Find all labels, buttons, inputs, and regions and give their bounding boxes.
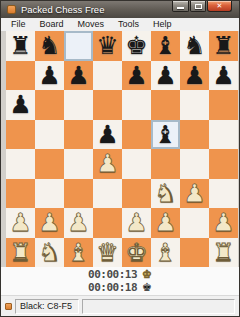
square-f7[interactable]: ♟ bbox=[151, 61, 180, 91]
menu-moves[interactable]: Moves bbox=[72, 18, 111, 31]
square-b6[interactable] bbox=[35, 90, 64, 120]
square-d6[interactable] bbox=[93, 90, 122, 120]
square-g2[interactable] bbox=[180, 208, 209, 238]
app-window: Packed Chess Free ✕ File Board Moves Too… bbox=[0, 0, 240, 317]
black-pawn-b7[interactable]: ♟ bbox=[38, 61, 60, 90]
chess-board: ♜♞♛♚♝♞♜♟♟♟♟♟♟♟♟♝♟♞♟♟♟♟♟♟♟♜♞♝♛♚♝♜ bbox=[6, 31, 238, 267]
square-c4[interactable] bbox=[64, 149, 93, 179]
square-f3[interactable]: ♞ bbox=[151, 179, 180, 209]
square-f1[interactable]: ♝ bbox=[151, 238, 180, 268]
white-king-e1[interactable]: ♚ bbox=[125, 238, 147, 267]
square-h3[interactable] bbox=[209, 179, 238, 209]
square-e5[interactable] bbox=[122, 120, 151, 150]
black-queen-d8[interactable]: ♛ bbox=[96, 31, 118, 60]
square-h5[interactable] bbox=[209, 120, 238, 150]
square-h7[interactable]: ♟ bbox=[209, 61, 238, 91]
square-e7[interactable]: ♟ bbox=[122, 61, 151, 91]
square-c1[interactable]: ♝ bbox=[64, 238, 93, 268]
white-pawn-f2[interactable]: ♟ bbox=[154, 208, 176, 237]
white-bishop-c1[interactable]: ♝ bbox=[67, 238, 89, 267]
square-e1[interactable]: ♚ bbox=[122, 238, 151, 268]
white-king-icon: ♚ bbox=[142, 269, 152, 280]
square-b3[interactable] bbox=[35, 179, 64, 209]
square-a4[interactable] bbox=[6, 149, 35, 179]
maximize-icon bbox=[195, 4, 202, 9]
menu-file[interactable]: File bbox=[5, 18, 32, 31]
square-d1[interactable]: ♛ bbox=[93, 238, 122, 268]
black-pawn-h7[interactable]: ♟ bbox=[212, 61, 234, 90]
square-d4[interactable]: ♟ bbox=[93, 149, 122, 179]
square-a5[interactable] bbox=[6, 120, 35, 150]
white-bishop-f1[interactable]: ♝ bbox=[154, 238, 176, 267]
square-c2[interactable]: ♟ bbox=[64, 208, 93, 238]
white-pawn-g3[interactable]: ♟ bbox=[183, 179, 205, 208]
square-g7[interactable]: ♟ bbox=[180, 61, 209, 91]
square-g6[interactable] bbox=[180, 90, 209, 120]
black-clock: 00:00:18 ♚ bbox=[88, 281, 152, 294]
square-d2[interactable] bbox=[93, 208, 122, 238]
white-rook-h1[interactable]: ♜ bbox=[212, 238, 234, 267]
square-e2[interactable]: ♟ bbox=[122, 208, 151, 238]
square-e6[interactable] bbox=[122, 90, 151, 120]
square-d3[interactable] bbox=[93, 179, 122, 209]
status-last-move: Black: C8-F5 bbox=[15, 299, 79, 314]
black-pawn-e7[interactable]: ♟ bbox=[125, 61, 147, 90]
clock-panel: 00:00:13 ♚ 00:00:18 ♚ bbox=[1, 267, 239, 295]
square-a6[interactable]: ♟ bbox=[6, 90, 35, 120]
square-f4[interactable] bbox=[151, 149, 180, 179]
square-d5[interactable]: ♟ bbox=[93, 120, 122, 150]
white-pawn-d4[interactable]: ♟ bbox=[96, 149, 118, 178]
white-rook-a1[interactable]: ♜ bbox=[9, 238, 31, 267]
window-title: Packed Chess Free bbox=[21, 1, 104, 18]
menu-bar: File Board Moves Tools Help bbox=[1, 18, 239, 31]
maximize-button[interactable] bbox=[190, 1, 206, 12]
square-g3[interactable]: ♟ bbox=[180, 179, 209, 209]
square-d8[interactable]: ♛ bbox=[93, 31, 122, 61]
minimize-button[interactable] bbox=[172, 1, 189, 12]
square-d7[interactable] bbox=[93, 61, 122, 91]
status-bar: Black: C8-F5 bbox=[1, 295, 239, 316]
black-knight-g8[interactable]: ♞ bbox=[183, 31, 205, 60]
status-last-move-text: Black: C8-F5 bbox=[20, 301, 72, 311]
black-pawn-f7[interactable]: ♟ bbox=[154, 61, 176, 90]
white-clock: 00:00:13 ♚ bbox=[88, 268, 152, 281]
black-pawn-g7[interactable]: ♟ bbox=[183, 61, 205, 90]
board-area: ♜♞♛♚♝♞♜♟♟♟♟♟♟♟♟♝♟♞♟♟♟♟♟♟♟♜♞♝♛♚♝♜ bbox=[1, 31, 239, 267]
black-knight-b8[interactable]: ♞ bbox=[38, 31, 60, 60]
square-h8[interactable]: ♜ bbox=[209, 31, 238, 61]
square-e3[interactable] bbox=[122, 179, 151, 209]
square-e8[interactable]: ♚ bbox=[122, 31, 151, 61]
black-king-icon: ♚ bbox=[142, 282, 152, 293]
square-c5[interactable] bbox=[64, 120, 93, 150]
close-button[interactable]: ✕ bbox=[207, 1, 232, 12]
close-icon: ✕ bbox=[217, 2, 223, 9]
white-knight-b1[interactable]: ♞ bbox=[38, 238, 60, 267]
menu-board[interactable]: Board bbox=[34, 18, 70, 31]
white-pawn-e2[interactable]: ♟ bbox=[125, 208, 147, 237]
white-pawn-c2[interactable]: ♟ bbox=[67, 208, 89, 237]
status-extra-panel bbox=[82, 299, 235, 314]
square-h1[interactable]: ♜ bbox=[209, 238, 238, 268]
square-a7[interactable] bbox=[6, 61, 35, 91]
white-queen-d1[interactable]: ♛ bbox=[96, 238, 118, 267]
square-g8[interactable]: ♞ bbox=[180, 31, 209, 61]
square-f5[interactable]: ♝ bbox=[151, 120, 180, 150]
menu-help[interactable]: Help bbox=[147, 18, 178, 31]
square-g1[interactable] bbox=[180, 238, 209, 268]
black-bishop-f5[interactable]: ♝ bbox=[154, 120, 176, 149]
square-g5[interactable] bbox=[180, 120, 209, 150]
black-king-e8[interactable]: ♚ bbox=[125, 31, 147, 60]
white-pawn-a2[interactable]: ♟ bbox=[9, 208, 31, 237]
square-f6[interactable] bbox=[151, 90, 180, 120]
window-controls: ✕ bbox=[172, 1, 232, 12]
square-a1[interactable]: ♜ bbox=[6, 238, 35, 268]
square-c6[interactable] bbox=[64, 90, 93, 120]
black-rook-a8[interactable]: ♜ bbox=[9, 31, 31, 60]
minimize-icon bbox=[177, 7, 184, 9]
white-knight-f3[interactable]: ♞ bbox=[154, 179, 176, 208]
square-a8[interactable]: ♜ bbox=[6, 31, 35, 61]
black-clock-time: 00:00:18 bbox=[88, 281, 137, 294]
square-b1[interactable]: ♞ bbox=[35, 238, 64, 268]
square-c8[interactable] bbox=[64, 31, 93, 61]
black-pawn-a6[interactable]: ♟ bbox=[9, 90, 31, 119]
square-b8[interactable]: ♞ bbox=[35, 31, 64, 61]
square-h2[interactable]: ♟ bbox=[209, 208, 238, 238]
white-pawn-h2[interactable]: ♟ bbox=[212, 208, 234, 237]
square-a2[interactable]: ♟ bbox=[6, 208, 35, 238]
square-f2[interactable]: ♟ bbox=[151, 208, 180, 238]
square-b4[interactable] bbox=[35, 149, 64, 179]
square-b2[interactable]: ♟ bbox=[35, 208, 64, 238]
black-rook-h8[interactable]: ♜ bbox=[212, 31, 234, 60]
square-e4[interactable] bbox=[122, 149, 151, 179]
square-a3[interactable] bbox=[6, 179, 35, 209]
square-h6[interactable] bbox=[209, 90, 238, 120]
square-b5[interactable] bbox=[35, 120, 64, 150]
menu-tools[interactable]: Tools bbox=[112, 18, 145, 31]
black-pawn-c7[interactable]: ♟ bbox=[67, 61, 89, 90]
black-pawn-d5[interactable]: ♟ bbox=[96, 120, 118, 149]
status-grip-icon bbox=[5, 303, 12, 310]
square-c7[interactable]: ♟ bbox=[64, 61, 93, 91]
square-b7[interactable]: ♟ bbox=[35, 61, 64, 91]
white-clock-time: 00:00:13 bbox=[88, 268, 137, 281]
square-h4[interactable] bbox=[209, 149, 238, 179]
black-bishop-f8[interactable]: ♝ bbox=[154, 31, 176, 60]
square-g4[interactable] bbox=[180, 149, 209, 179]
square-c3[interactable] bbox=[64, 179, 93, 209]
square-f8[interactable]: ♝ bbox=[151, 31, 180, 61]
white-pawn-b2[interactable]: ♟ bbox=[38, 208, 60, 237]
title-bar[interactable]: Packed Chess Free ✕ bbox=[1, 1, 239, 18]
app-icon bbox=[7, 5, 16, 14]
